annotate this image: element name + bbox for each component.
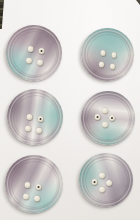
buttons-photo bbox=[0, 0, 140, 220]
button-hole bbox=[37, 60, 43, 66]
button-hole bbox=[99, 62, 105, 68]
paper-edge-strip bbox=[0, 0, 4, 29]
button-hole bbox=[109, 115, 115, 121]
button-hole bbox=[99, 173, 105, 179]
button-hole bbox=[39, 48, 45, 54]
button-hole bbox=[102, 108, 108, 114]
button-row3-right bbox=[79, 153, 133, 207]
button-hole bbox=[28, 46, 34, 52]
button-hole bbox=[110, 64, 116, 70]
button-hole bbox=[23, 194, 29, 200]
button-hole bbox=[106, 180, 112, 186]
button-hole bbox=[25, 126, 31, 132]
button-row3-left bbox=[5, 155, 63, 213]
button-hole bbox=[102, 122, 108, 128]
button-hole bbox=[26, 58, 32, 64]
button-hole bbox=[27, 114, 33, 120]
button-hole bbox=[34, 196, 40, 202]
button-hole bbox=[92, 179, 98, 185]
button-hole bbox=[99, 187, 105, 193]
corner-speck bbox=[136, 0, 140, 5]
button-row2-left bbox=[7, 89, 63, 145]
button-hole bbox=[100, 50, 106, 56]
button-hole bbox=[36, 184, 42, 190]
button-hole bbox=[38, 116, 44, 122]
button-hole bbox=[25, 182, 31, 188]
button-row1-right bbox=[81, 28, 134, 81]
button-row1-left bbox=[6, 25, 62, 81]
button-hole bbox=[111, 52, 117, 58]
button-hole bbox=[36, 128, 42, 134]
button-row2-right bbox=[81, 91, 135, 145]
button-hole bbox=[95, 114, 101, 120]
